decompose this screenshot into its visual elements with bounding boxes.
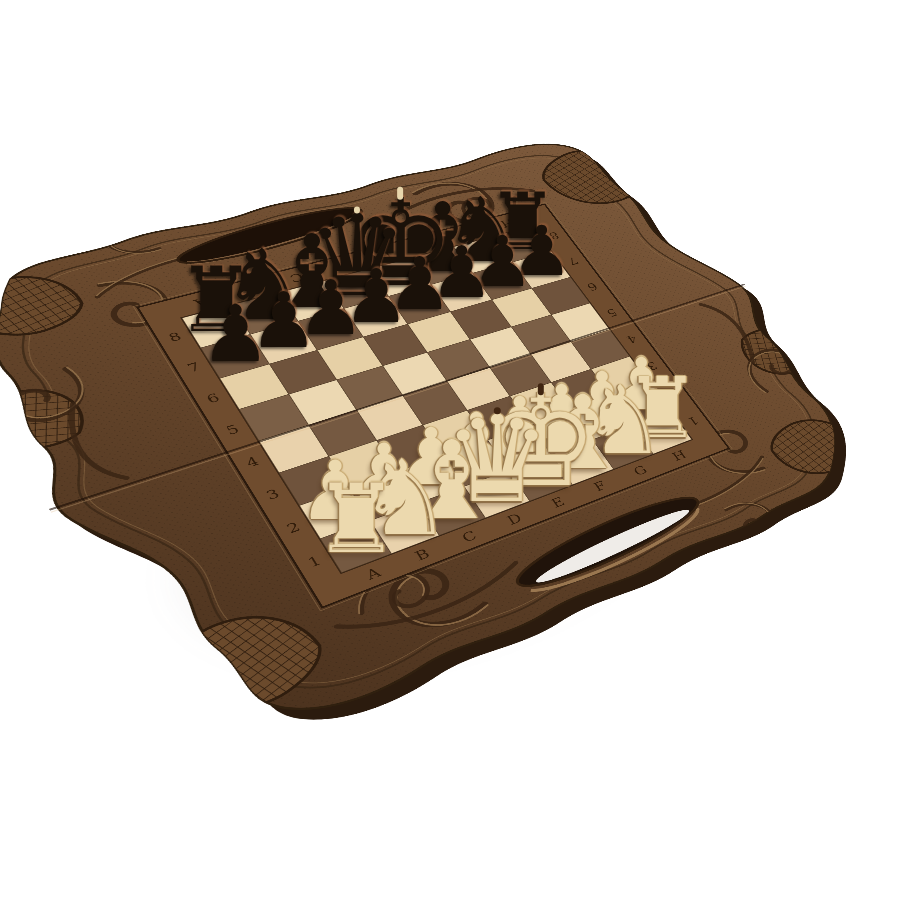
finial-queen [494,407,501,414]
board-photo: 8765432187654321ABCDEFGHABCDEFGH ♜♞♝♛♚♝♞… [0,0,911,911]
piece-white-rook-a1[interactable]: ♜ [313,472,398,567]
piece-black-pawn-a7[interactable]: ♟ [200,295,270,373]
